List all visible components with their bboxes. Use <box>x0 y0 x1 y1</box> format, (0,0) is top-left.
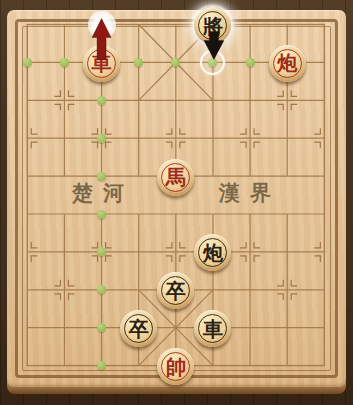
piece-black-soldier[interactable]: 卒 <box>157 272 194 309</box>
piece-black-cannon[interactable]: 炮 <box>194 234 231 271</box>
piece-character: 車 <box>83 45 120 82</box>
legal-move-dot[interactable] <box>246 58 255 67</box>
piece-black-soldier[interactable]: 卒 <box>120 310 157 347</box>
legal-move-dot[interactable] <box>97 172 106 181</box>
piece-red-horse[interactable]: 馬 <box>157 159 194 196</box>
legal-move-dot[interactable] <box>97 96 106 105</box>
piece-black-general[interactable]: 將 <box>194 7 231 44</box>
legal-move-dot[interactable] <box>97 210 106 219</box>
legal-move-dot[interactable] <box>60 58 69 67</box>
piece-character: 卒 <box>157 272 194 309</box>
piece-red-chariot[interactable]: 車 <box>83 45 120 82</box>
piece-character: 馬 <box>157 159 194 196</box>
piece-character: 帥 <box>157 348 194 385</box>
piece-character: 卒 <box>120 310 157 347</box>
piece-character: 車 <box>194 310 231 347</box>
legal-move-dot[interactable] <box>23 58 32 67</box>
move-destination-disc <box>88 11 116 39</box>
legal-move-dot[interactable] <box>97 134 106 143</box>
piece-character: 將 <box>194 7 231 44</box>
piece-character: 炮 <box>194 234 231 271</box>
game-background: 楚河 漢界 將車炮馬炮卒卒車帥 <box>0 0 353 405</box>
piece-black-chariot[interactable]: 車 <box>194 310 231 347</box>
piece-character: 炮 <box>269 45 306 82</box>
piece-red-cannon[interactable]: 炮 <box>269 45 306 82</box>
piece-red-general[interactable]: 帥 <box>157 348 194 385</box>
